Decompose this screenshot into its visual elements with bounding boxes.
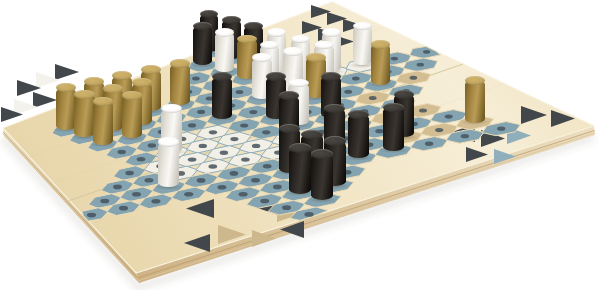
peg-layer <box>0 0 599 290</box>
peg-body <box>193 26 212 65</box>
peg-black[interactable] <box>383 103 404 151</box>
peg-gold[interactable] <box>170 59 190 105</box>
peg-black[interactable] <box>289 143 311 194</box>
peg-cap <box>266 72 286 81</box>
peg-gold[interactable] <box>371 40 390 85</box>
peg-white[interactable] <box>215 28 234 72</box>
peg-cap <box>371 40 390 49</box>
peg-cap <box>283 47 303 56</box>
peg-body <box>465 80 485 122</box>
peg-body <box>158 142 180 188</box>
peg-cap <box>84 77 104 86</box>
peg-body <box>93 101 114 144</box>
peg-cap <box>222 16 241 24</box>
peg-body <box>383 107 404 151</box>
peg-cap <box>322 28 341 36</box>
board-game-photo-scene <box>0 0 599 290</box>
peg-white[interactable] <box>158 137 180 187</box>
peg-cap <box>170 59 190 68</box>
peg-cap <box>279 124 300 133</box>
peg-cap <box>311 149 333 159</box>
peg-black[interactable] <box>193 22 212 66</box>
peg-gold[interactable] <box>465 76 485 123</box>
peg-black[interactable] <box>212 72 232 119</box>
peg-black[interactable] <box>311 149 333 200</box>
peg-cap <box>132 78 152 87</box>
peg-cap <box>93 97 114 106</box>
peg-cap <box>237 35 256 44</box>
peg-cap <box>288 79 308 88</box>
peg-cap <box>306 53 326 62</box>
peg-cap <box>321 72 341 81</box>
peg-black[interactable] <box>348 110 369 159</box>
peg-cap <box>324 136 346 146</box>
peg-white[interactable] <box>353 22 372 66</box>
peg-cap <box>103 84 123 93</box>
peg-cap <box>394 90 415 99</box>
peg-cap <box>267 28 286 36</box>
peg-gold[interactable] <box>122 91 143 139</box>
peg-body <box>212 77 232 119</box>
peg-cap <box>200 10 219 18</box>
peg-body <box>215 32 234 72</box>
peg-body <box>122 95 143 138</box>
peg-cap <box>324 104 345 113</box>
peg-cap <box>383 103 404 112</box>
peg-cap <box>252 53 272 62</box>
peg-body <box>371 44 390 84</box>
peg-body <box>170 64 190 105</box>
peg-body <box>311 154 333 200</box>
peg-gold[interactable] <box>93 97 114 145</box>
peg-cap <box>314 41 333 50</box>
peg-cap <box>215 28 234 36</box>
peg-body <box>353 26 372 65</box>
peg-cap <box>291 35 310 44</box>
peg-body <box>289 148 311 194</box>
peg-cap <box>301 130 323 139</box>
peg-body <box>348 114 369 158</box>
peg-cap <box>158 137 180 147</box>
peg-cap <box>465 76 485 85</box>
peg-cap <box>348 110 369 119</box>
peg-cap <box>289 143 311 153</box>
peg-cap <box>122 91 143 100</box>
